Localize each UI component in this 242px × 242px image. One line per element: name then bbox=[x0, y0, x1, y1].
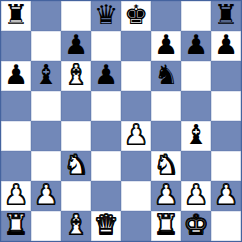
square-f7[interactable]: ♟ bbox=[151, 31, 181, 61]
piece-white-knight[interactable]: ♞ bbox=[64, 151, 88, 180]
square-h3[interactable] bbox=[211, 151, 241, 181]
square-b7[interactable] bbox=[31, 31, 61, 61]
square-g5[interactable] bbox=[181, 91, 211, 121]
square-c6[interactable]: ♝ bbox=[61, 61, 91, 91]
square-f5[interactable] bbox=[151, 91, 181, 121]
square-d4[interactable] bbox=[91, 121, 121, 151]
square-c5[interactable] bbox=[61, 91, 91, 121]
piece-white-pawn[interactable]: ♟ bbox=[34, 181, 58, 210]
square-h7[interactable]: ♟ bbox=[211, 31, 241, 61]
square-g8[interactable] bbox=[181, 1, 211, 31]
square-h1[interactable] bbox=[211, 211, 241, 241]
piece-black-knight[interactable]: ♞ bbox=[154, 61, 178, 90]
piece-black-pawn[interactable]: ♟ bbox=[4, 61, 28, 90]
square-a8[interactable]: ♜ bbox=[1, 1, 31, 31]
square-e2[interactable] bbox=[121, 181, 151, 211]
square-h4[interactable] bbox=[211, 121, 241, 151]
square-b8[interactable] bbox=[31, 1, 61, 31]
piece-black-rook[interactable]: ♜ bbox=[214, 1, 238, 30]
piece-white-pawn[interactable]: ♟ bbox=[214, 181, 238, 210]
piece-black-pawn[interactable]: ♟ bbox=[94, 61, 118, 90]
square-g7[interactable]: ♟ bbox=[181, 31, 211, 61]
square-g1[interactable]: ♚ bbox=[181, 211, 211, 241]
square-c3[interactable]: ♞ bbox=[61, 151, 91, 181]
square-f2[interactable]: ♟ bbox=[151, 181, 181, 211]
square-e5[interactable] bbox=[121, 91, 151, 121]
piece-black-king[interactable]: ♚ bbox=[124, 1, 148, 30]
square-g3[interactable] bbox=[181, 151, 211, 181]
square-e4[interactable]: ♟ bbox=[121, 121, 151, 151]
square-h5[interactable] bbox=[211, 91, 241, 121]
square-e8[interactable]: ♚ bbox=[121, 1, 151, 31]
square-c1[interactable]: ♝ bbox=[61, 211, 91, 241]
square-e3[interactable] bbox=[121, 151, 151, 181]
square-f1[interactable]: ♜ bbox=[151, 211, 181, 241]
square-f3[interactable]: ♞ bbox=[151, 151, 181, 181]
piece-black-pawn[interactable]: ♟ bbox=[64, 31, 88, 60]
piece-white-rook[interactable]: ♜ bbox=[154, 211, 178, 240]
square-b5[interactable] bbox=[31, 91, 61, 121]
square-f4[interactable] bbox=[151, 121, 181, 151]
square-a3[interactable] bbox=[1, 151, 31, 181]
square-g6[interactable] bbox=[181, 61, 211, 91]
square-a7[interactable] bbox=[1, 31, 31, 61]
piece-black-bishop[interactable]: ♝ bbox=[34, 61, 58, 90]
square-b4[interactable] bbox=[31, 121, 61, 151]
square-h2[interactable]: ♟ bbox=[211, 181, 241, 211]
square-e1[interactable] bbox=[121, 211, 151, 241]
square-a1[interactable]: ♜ bbox=[1, 211, 31, 241]
piece-white-knight[interactable]: ♞ bbox=[154, 151, 178, 180]
piece-black-queen[interactable]: ♛ bbox=[94, 1, 118, 30]
piece-black-pawn[interactable]: ♟ bbox=[184, 31, 208, 60]
square-b2[interactable]: ♟ bbox=[31, 181, 61, 211]
piece-white-rook[interactable]: ♜ bbox=[4, 211, 28, 240]
piece-black-bishop[interactable]: ♝ bbox=[184, 121, 208, 150]
square-c8[interactable] bbox=[61, 1, 91, 31]
square-c2[interactable] bbox=[61, 181, 91, 211]
piece-white-pawn[interactable]: ♟ bbox=[4, 181, 28, 210]
square-g2[interactable]: ♟ bbox=[181, 181, 211, 211]
chess-board: ♜♛♚♜♟♟♟♟♟♝♝♟♞♟♝♞♞♟♟♟♟♟♜♝♛♜♚ bbox=[0, 0, 242, 242]
piece-black-pawn[interactable]: ♟ bbox=[214, 31, 238, 60]
piece-white-pawn[interactable]: ♟ bbox=[154, 181, 178, 210]
piece-white-bishop[interactable]: ♝ bbox=[64, 61, 88, 90]
piece-black-rook[interactable]: ♜ bbox=[4, 1, 28, 30]
square-c4[interactable] bbox=[61, 121, 91, 151]
square-c7[interactable]: ♟ bbox=[61, 31, 91, 61]
square-f8[interactable] bbox=[151, 1, 181, 31]
piece-black-pawn[interactable]: ♟ bbox=[154, 31, 178, 60]
square-d2[interactable] bbox=[91, 181, 121, 211]
square-b3[interactable] bbox=[31, 151, 61, 181]
square-e7[interactable] bbox=[121, 31, 151, 61]
square-e6[interactable] bbox=[121, 61, 151, 91]
square-d3[interactable] bbox=[91, 151, 121, 181]
square-b1[interactable] bbox=[31, 211, 61, 241]
piece-white-bishop[interactable]: ♝ bbox=[64, 211, 88, 240]
square-f6[interactable]: ♞ bbox=[151, 61, 181, 91]
piece-white-pawn[interactable]: ♟ bbox=[124, 121, 148, 150]
square-a6[interactable]: ♟ bbox=[1, 61, 31, 91]
square-a2[interactable]: ♟ bbox=[1, 181, 31, 211]
square-b6[interactable]: ♝ bbox=[31, 61, 61, 91]
square-h6[interactable] bbox=[211, 61, 241, 91]
square-d8[interactable]: ♛ bbox=[91, 1, 121, 31]
square-d7[interactable] bbox=[91, 31, 121, 61]
square-a5[interactable] bbox=[1, 91, 31, 121]
square-d1[interactable]: ♛ bbox=[91, 211, 121, 241]
square-d5[interactable] bbox=[91, 91, 121, 121]
square-a4[interactable] bbox=[1, 121, 31, 151]
square-h8[interactable]: ♜ bbox=[211, 1, 241, 31]
piece-white-pawn[interactable]: ♟ bbox=[184, 181, 208, 210]
piece-white-king[interactable]: ♚ bbox=[184, 211, 208, 240]
piece-white-queen[interactable]: ♛ bbox=[94, 211, 118, 240]
square-g4[interactable]: ♝ bbox=[181, 121, 211, 151]
square-d6[interactable]: ♟ bbox=[91, 61, 121, 91]
